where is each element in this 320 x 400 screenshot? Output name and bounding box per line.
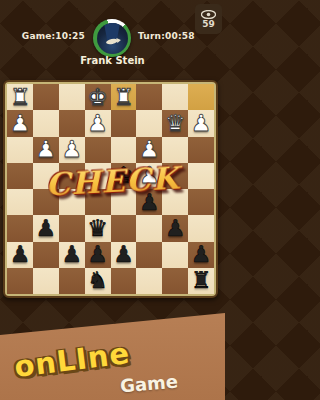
- piece-bQ-d3: ♛: [87, 217, 108, 240]
- square-g3[interactable]: ♟: [162, 215, 188, 241]
- piece-wP-b6: ♟: [36, 138, 57, 161]
- square-h3[interactable]: [188, 215, 214, 241]
- piece-wK-d8: ♚: [87, 86, 108, 109]
- square-e2[interactable]: ♟: [111, 242, 137, 268]
- square-d7[interactable]: ♟: [85, 110, 111, 136]
- square-c1[interactable]: [59, 268, 85, 294]
- square-e3[interactable]: [111, 215, 137, 241]
- square-h2[interactable]: ♟: [188, 242, 214, 268]
- square-f2[interactable]: [136, 242, 162, 268]
- square-h7[interactable]: ♟: [188, 110, 214, 136]
- game-subtitle: Game: [119, 371, 179, 397]
- spectator-badge[interactable]: 59: [195, 4, 222, 34]
- square-g1[interactable]: [162, 268, 188, 294]
- square-c2[interactable]: ♟: [59, 242, 85, 268]
- square-b1[interactable]: [33, 268, 59, 294]
- piece-wR-e8: ♜: [113, 86, 134, 109]
- square-b7[interactable]: [33, 110, 59, 136]
- piece-bP-a2: ♟: [10, 243, 31, 266]
- player-avatar: [93, 19, 131, 57]
- square-c6[interactable]: ♟: [59, 137, 85, 163]
- square-e1[interactable]: [111, 268, 137, 294]
- square-f3[interactable]: [136, 215, 162, 241]
- square-e6[interactable]: [111, 137, 137, 163]
- square-g7[interactable]: ♛: [162, 110, 188, 136]
- turn-timer: Turn:00:58: [138, 31, 195, 41]
- square-d3[interactable]: ♛: [85, 215, 111, 241]
- square-e8[interactable]: ♜: [111, 84, 137, 110]
- square-d6[interactable]: [85, 137, 111, 163]
- square-g2[interactable]: [162, 242, 188, 268]
- footer-panel[interactable]: onLIne Game: [0, 313, 225, 400]
- square-a1[interactable]: [7, 268, 33, 294]
- square-a7[interactable]: ♟: [7, 110, 33, 136]
- player-name: Frank Stein: [0, 55, 225, 66]
- piece-bP-c2: ♟: [61, 243, 82, 266]
- square-a3[interactable]: [7, 215, 33, 241]
- square-d1[interactable]: ♞: [85, 268, 111, 294]
- square-h1[interactable]: ♜: [188, 268, 214, 294]
- square-f8[interactable]: [136, 84, 162, 110]
- piece-wP-c6: ♟: [61, 138, 82, 161]
- piece-bP-d2: ♟: [87, 243, 108, 266]
- square-a8[interactable]: ♜: [7, 84, 33, 110]
- square-c7[interactable]: [59, 110, 85, 136]
- piece-wP-d7: ♟: [87, 112, 108, 135]
- square-b2[interactable]: [33, 242, 59, 268]
- piece-bP-h2: ♟: [191, 243, 212, 266]
- square-f1[interactable]: [136, 268, 162, 294]
- square-d2[interactable]: ♟: [85, 242, 111, 268]
- page-background: { "game": "chess", "position": { "fen": …: [0, 0, 225, 400]
- piece-wP-h7: ♟: [191, 112, 212, 135]
- piece-bP-b3: ♟: [36, 217, 57, 240]
- square-f6[interactable]: ♟: [136, 137, 162, 163]
- piece-wQ-g7: ♛: [165, 112, 186, 135]
- online-title: onLIne: [12, 336, 131, 384]
- square-h8[interactable]: [188, 84, 214, 110]
- piece-wP-f6: ♟: [139, 138, 160, 161]
- square-b8[interactable]: [33, 84, 59, 110]
- avatar-image: [97, 23, 128, 54]
- square-f7[interactable]: [136, 110, 162, 136]
- square-b3[interactable]: ♟: [33, 215, 59, 241]
- square-g8[interactable]: [162, 84, 188, 110]
- square-a2[interactable]: ♟: [7, 242, 33, 268]
- square-b6[interactable]: ♟: [33, 137, 59, 163]
- piece-bN-d1: ♞: [87, 269, 108, 292]
- game-timer: Game:10:25: [22, 31, 85, 41]
- piece-bP-g3: ♟: [165, 217, 186, 240]
- square-d8[interactable]: ♚: [85, 84, 111, 110]
- square-c8[interactable]: [59, 84, 85, 110]
- square-c3[interactable]: [59, 215, 85, 241]
- square-a6[interactable]: [7, 137, 33, 163]
- piece-wP-a7: ♟: [10, 112, 31, 135]
- square-e7[interactable]: [111, 110, 137, 136]
- eye-icon: [201, 10, 216, 19]
- piece-bP-e2: ♟: [113, 243, 134, 266]
- piece-bR-h1: ♜: [191, 269, 212, 292]
- piece-wR-a8: ♜: [10, 86, 31, 109]
- spectator-count: 59: [202, 20, 215, 29]
